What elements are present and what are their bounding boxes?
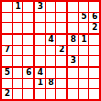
sudoku-cell-r2c2[interactable] xyxy=(13,13,23,23)
sudoku-box-r2c3: 813 xyxy=(68,35,99,66)
sudoku-cell-r1c6[interactable] xyxy=(56,2,66,12)
sudoku-cell-r4c6[interactable] xyxy=(56,35,66,45)
sudoku-cell-r6c4[interactable] xyxy=(35,56,45,66)
sudoku-cell-r6c9[interactable] xyxy=(89,56,99,66)
sudoku-cell-r3c4[interactable] xyxy=(35,23,45,33)
sudoku-cell-r8c1[interactable] xyxy=(2,79,12,89)
sudoku-cell-r7c1[interactable]: 5 xyxy=(2,68,12,78)
sudoku-cell-r5c4[interactable] xyxy=(35,46,45,56)
sudoku-cell-r6c8[interactable] xyxy=(79,56,89,66)
sudoku-cell-r6c7[interactable]: 3 xyxy=(68,56,78,66)
sudoku-box-r1c2: 3 xyxy=(35,2,66,33)
sudoku-cell-r5c6[interactable]: 2 xyxy=(56,46,66,56)
sudoku-cell-r3c5[interactable] xyxy=(46,23,56,33)
sudoku-cell-r2c7[interactable] xyxy=(68,13,78,23)
sudoku-cell-r1c7[interactable] xyxy=(68,2,78,12)
sudoku-cell-r2c5[interactable] xyxy=(46,13,56,23)
sudoku-cell-r7c3[interactable]: 6 xyxy=(23,68,33,78)
sudoku-box-r1c1: 1 xyxy=(2,2,33,33)
sudoku-cell-r9c3[interactable] xyxy=(23,89,33,99)
sudoku-cell-r8c3[interactable] xyxy=(23,79,33,89)
sudoku-cell-r9c4[interactable] xyxy=(35,89,45,99)
sudoku-cell-r3c1[interactable] xyxy=(2,23,12,33)
sudoku-cell-r2c4[interactable] xyxy=(35,13,45,23)
sudoku-cell-r7c8[interactable] xyxy=(79,68,89,78)
sudoku-cell-r6c2[interactable] xyxy=(13,56,23,66)
sudoku-cell-r5c3[interactable] xyxy=(23,46,33,56)
sudoku-cell-r3c7[interactable] xyxy=(68,23,78,33)
sudoku-cell-r8c2[interactable] xyxy=(13,79,23,89)
sudoku-box-r1c3: 562 xyxy=(68,2,99,33)
sudoku-cell-r4c5[interactable]: 4 xyxy=(46,35,56,45)
sudoku-cell-r8c6[interactable] xyxy=(56,79,66,89)
sudoku-cell-r1c5[interactable] xyxy=(46,2,56,12)
sudoku-cell-r1c9[interactable] xyxy=(89,2,99,12)
sudoku-cell-r7c7[interactable] xyxy=(68,68,78,78)
sudoku-cell-r9c8[interactable] xyxy=(79,89,89,99)
sudoku-cell-r7c5[interactable] xyxy=(46,68,56,78)
sudoku-cell-r4c7[interactable]: 8 xyxy=(68,35,78,45)
sudoku-cell-r9c1[interactable]: 2 xyxy=(2,89,12,99)
sudoku-cell-r2c1[interactable] xyxy=(2,13,12,23)
sudoku-cell-r9c7[interactable] xyxy=(68,89,78,99)
sudoku-cell-r7c6[interactable] xyxy=(56,68,66,78)
sudoku-cell-r1c3[interactable] xyxy=(23,2,33,12)
sudoku-cell-r9c5[interactable] xyxy=(46,89,56,99)
sudoku-cell-r4c4[interactable] xyxy=(35,35,45,45)
sudoku-cell-r2c3[interactable] xyxy=(23,13,33,23)
sudoku-cell-r7c2[interactable] xyxy=(13,68,23,78)
sudoku-cell-r9c2[interactable] xyxy=(13,89,23,99)
sudoku-cell-r5c8[interactable] xyxy=(79,46,89,56)
sudoku-cell-r1c8[interactable] xyxy=(79,2,89,12)
sudoku-cell-r8c9[interactable] xyxy=(89,79,99,89)
sudoku-box-r3c2: 418 xyxy=(35,68,66,99)
sudoku-cell-r3c3[interactable] xyxy=(23,23,33,33)
sudoku-cell-r5c5[interactable] xyxy=(46,46,56,56)
sudoku-cell-r6c5[interactable] xyxy=(46,56,56,66)
sudoku-cell-r2c8[interactable]: 5 xyxy=(79,13,89,23)
sudoku-cell-r6c1[interactable] xyxy=(2,56,12,66)
sudoku-cell-r9c6[interactable] xyxy=(56,89,66,99)
sudoku-cell-r5c2[interactable] xyxy=(13,46,23,56)
sudoku-cell-r3c2[interactable] xyxy=(13,23,23,33)
sudoku-cell-r5c9[interactable] xyxy=(89,46,99,56)
sudoku-cell-r5c7[interactable] xyxy=(68,46,78,56)
sudoku-box-r2c2: 42 xyxy=(35,35,66,66)
sudoku-cell-r4c3[interactable] xyxy=(23,35,33,45)
sudoku-cell-r8c4[interactable]: 1 xyxy=(35,79,45,89)
sudoku-cell-r8c7[interactable] xyxy=(68,79,78,89)
sudoku-cell-r8c8[interactable] xyxy=(79,79,89,89)
sudoku-cell-r4c8[interactable]: 1 xyxy=(79,35,89,45)
sudoku-cell-r7c9[interactable] xyxy=(89,68,99,78)
sudoku-cell-r1c4[interactable]: 3 xyxy=(35,2,45,12)
sudoku-cell-r1c2[interactable]: 1 xyxy=(13,2,23,12)
sudoku-box-r2c1: 7 xyxy=(2,35,33,66)
sudoku-cell-r3c9[interactable]: 2 xyxy=(89,23,99,33)
sudoku-cell-r3c6[interactable] xyxy=(56,23,66,33)
sudoku-cell-r2c6[interactable] xyxy=(56,13,66,23)
sudoku-cell-r3c8[interactable] xyxy=(79,23,89,33)
sudoku-cell-r4c1[interactable] xyxy=(2,35,12,45)
sudoku-box-r3c3 xyxy=(68,68,99,99)
sudoku-cell-r6c6[interactable] xyxy=(56,56,66,66)
sudoku-box-r3c1: 562 xyxy=(2,68,33,99)
sudoku-cell-r4c9[interactable] xyxy=(89,35,99,45)
sudoku-cell-r2c9[interactable]: 6 xyxy=(89,13,99,23)
sudoku-cell-r7c4[interactable]: 4 xyxy=(35,68,45,78)
sudoku-cell-r4c2[interactable] xyxy=(13,35,23,45)
sudoku-cell-r8c5[interactable]: 8 xyxy=(46,79,56,89)
sudoku-cell-r1c1[interactable] xyxy=(2,2,12,12)
sudoku-cell-r6c3[interactable] xyxy=(23,56,33,66)
sudoku-board: 13562742813562418 xyxy=(0,0,101,101)
sudoku-cell-r9c9[interactable] xyxy=(89,89,99,99)
sudoku-cell-r5c1[interactable]: 7 xyxy=(2,46,12,56)
